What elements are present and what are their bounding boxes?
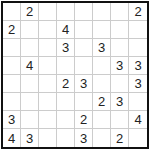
cell-r7c8[interactable]: 4 xyxy=(129,111,147,129)
cell-r1c1[interactable] xyxy=(3,3,21,21)
cell-r3c8[interactable] xyxy=(129,39,147,57)
cell-r2c3[interactable] xyxy=(39,21,57,39)
cell-r6c6[interactable]: 2 xyxy=(93,93,111,111)
cell-r4c6[interactable] xyxy=(93,57,111,75)
cell-r1c4[interactable] xyxy=(57,3,75,21)
cell-r4c3[interactable] xyxy=(39,57,57,75)
cell-r6c4[interactable] xyxy=(57,93,75,111)
cell-r1c5[interactable] xyxy=(75,3,93,21)
cell-r2c5[interactable] xyxy=(75,21,93,39)
cell-r2c2[interactable] xyxy=(21,21,39,39)
cell-r2c8[interactable] xyxy=(129,21,147,39)
cell-r3c1[interactable] xyxy=(3,39,21,57)
cell-r4c5[interactable] xyxy=(75,57,93,75)
cell-r6c8[interactable] xyxy=(129,93,147,111)
cell-r3c7[interactable] xyxy=(111,39,129,57)
cell-r4c1[interactable] xyxy=(3,57,21,75)
cell-r2c6[interactable] xyxy=(93,21,111,39)
cell-r2c7[interactable] xyxy=(111,21,129,39)
cell-r6c1[interactable] xyxy=(3,93,21,111)
cell-r3c3[interactable] xyxy=(39,39,57,57)
cell-r6c3[interactable] xyxy=(39,93,57,111)
cell-r8c8[interactable] xyxy=(129,129,147,147)
cell-r8c2[interactable]: 3 xyxy=(21,129,39,147)
cell-r5c3[interactable] xyxy=(39,75,57,93)
cell-r5c2[interactable] xyxy=(21,75,39,93)
cell-r5c6[interactable] xyxy=(93,75,111,93)
cell-r5c5[interactable]: 3 xyxy=(75,75,93,93)
cell-r8c7[interactable]: 2 xyxy=(111,129,129,147)
cell-r1c6[interactable] xyxy=(93,3,111,21)
cell-r3c6[interactable]: 3 xyxy=(93,39,111,57)
cell-r4c8[interactable]: 3 xyxy=(129,57,147,75)
cell-r7c4[interactable] xyxy=(57,111,75,129)
cell-r3c2[interactable] xyxy=(21,39,39,57)
cell-r1c3[interactable] xyxy=(39,3,57,21)
cell-r8c5[interactable]: 3 xyxy=(75,129,93,147)
cell-r4c7[interactable]: 3 xyxy=(111,57,129,75)
cell-r8c3[interactable] xyxy=(39,129,57,147)
cell-r6c2[interactable] xyxy=(21,93,39,111)
cell-r1c7[interactable] xyxy=(111,3,129,21)
cell-r5c8[interactable]: 3 xyxy=(129,75,147,93)
cell-r1c8[interactable]: 2 xyxy=(129,3,147,21)
cell-r7c3[interactable] xyxy=(39,111,57,129)
cell-r5c4[interactable]: 2 xyxy=(57,75,75,93)
cell-r8c4[interactable] xyxy=(57,129,75,147)
cell-r2c1[interactable]: 2 xyxy=(3,21,21,39)
cell-r5c7[interactable] xyxy=(111,75,129,93)
cell-r7c2[interactable] xyxy=(21,111,39,129)
cell-r6c7[interactable]: 3 xyxy=(111,93,129,111)
cell-r7c7[interactable] xyxy=(111,111,129,129)
cell-r3c4[interactable]: 3 xyxy=(57,39,75,57)
cell-r2c4[interactable]: 4 xyxy=(57,21,75,39)
cell-r6c5[interactable] xyxy=(75,93,93,111)
cell-r7c1[interactable]: 3 xyxy=(3,111,21,129)
cell-r4c4[interactable] xyxy=(57,57,75,75)
puzzle-board: 222433433233233244332 xyxy=(1,1,149,149)
cell-r1c2[interactable]: 2 xyxy=(21,3,39,21)
cell-r8c6[interactable] xyxy=(93,129,111,147)
cell-r7c6[interactable] xyxy=(93,111,111,129)
cell-r8c1[interactable]: 4 xyxy=(3,129,21,147)
cell-r7c5[interactable]: 2 xyxy=(75,111,93,129)
cell-r4c2[interactable]: 4 xyxy=(21,57,39,75)
cell-r3c5[interactable] xyxy=(75,39,93,57)
cell-r5c1[interactable] xyxy=(3,75,21,93)
